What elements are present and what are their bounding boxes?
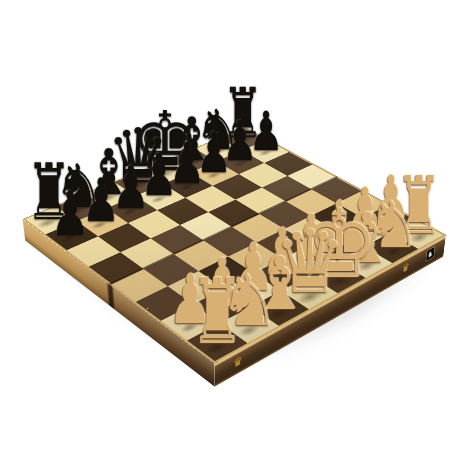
- piece-shadow: [294, 255, 327, 273]
- square-c2: [224, 273, 281, 306]
- square-e3: [257, 229, 310, 259]
- board-surface: [23, 127, 446, 363]
- square-d4: [204, 227, 257, 257]
- square-b3: [168, 271, 224, 304]
- square-b2: [193, 289, 251, 324]
- square-b6: [98, 223, 151, 252]
- scene-perspective: ♛ ♛ ♞: [0, 0, 450, 450]
- piece-shadow: [204, 300, 239, 321]
- square-e2: [283, 245, 338, 276]
- square-d3: [228, 243, 282, 274]
- square-d2: [254, 259, 310, 291]
- piece-shadow: [322, 240, 354, 258]
- square-c4: [174, 240, 228, 271]
- square-c3: [199, 257, 254, 289]
- gold-crest-emblem-icon: ♛: [401, 261, 409, 275]
- piece-shadow: [265, 269, 299, 288]
- piece-shadow: [171, 317, 207, 338]
- square-b4: [144, 254, 199, 286]
- square-c5: [151, 225, 204, 254]
- piece-shadow: [349, 227, 381, 244]
- eagle-logo-icon: ♞: [426, 247, 435, 261]
- chess-set-scene: ♛ ♛ ♞ ♜♞♝♛♚♝♞♜♟♟♟♟♟♟♟♟♟♟♟♟♟♟♟♟♜♞♝♛♚♝♞♜: [0, 0, 450, 450]
- square-f2: [310, 231, 364, 261]
- square-b5: [120, 238, 174, 268]
- gold-crest-emblem-icon: ♛: [233, 354, 242, 370]
- chess-board: ♛ ♛ ♞: [23, 127, 446, 363]
- piece-shadow: [235, 284, 270, 304]
